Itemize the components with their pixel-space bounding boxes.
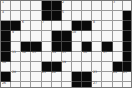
cell-r6c5[interactable] [42, 52, 52, 62]
cell-r4c2[interactable]: 9 [11, 31, 21, 41]
clue-number: 11 [12, 51, 16, 54]
clue-number: 19 [62, 61, 66, 64]
clue-number: 10 [72, 31, 76, 34]
clue-number: 13 [32, 51, 36, 54]
clue-number: 9 [12, 31, 14, 34]
crossword-grid: 1234567891011121314151617181920212223242… [1, 1, 132, 88]
clue-number: 24 [113, 71, 117, 74]
cell-r7c11[interactable] [102, 62, 112, 72]
cell-r9c4[interactable] [31, 82, 41, 88]
cell-r9c10[interactable]: 27 [92, 82, 102, 88]
cell-r6c6[interactable]: 14 [52, 52, 62, 62]
cell-r8c7[interactable] [62, 72, 72, 82]
cell-r4c12[interactable] [113, 31, 123, 41]
cell-r2c1[interactable]: 4 [1, 11, 11, 21]
cell-r6c13 [123, 52, 132, 62]
cell-r5c10[interactable] [92, 42, 102, 52]
clue-number: 2 [62, 1, 64, 4]
cell-r8c9 [82, 72, 92, 82]
cell-r4c5[interactable] [42, 31, 52, 41]
cell-r6c3[interactable]: 12 [21, 52, 31, 62]
cell-r6c4[interactable]: 13 [31, 52, 41, 62]
cell-r2c8[interactable] [72, 11, 82, 21]
clue-number: 1 [2, 1, 4, 4]
cell-r5c8[interactable] [72, 42, 82, 52]
cell-r1c9[interactable] [82, 1, 92, 11]
clue-number: 6 [22, 21, 24, 24]
cell-r1c8[interactable] [72, 1, 82, 11]
cell-r9c1[interactable]: 26 [1, 82, 11, 88]
cell-r3c7[interactable] [62, 21, 72, 31]
cell-r6c8[interactable] [72, 52, 82, 62]
cell-r9c11[interactable] [102, 82, 112, 88]
cell-r5c13 [123, 42, 132, 52]
cell-r8c4[interactable] [31, 72, 41, 82]
cell-r8c5[interactable]: 21 [42, 72, 52, 82]
clue-number: 12 [22, 51, 26, 54]
clue-number: 18 [2, 61, 6, 64]
clue-number: 26 [2, 82, 6, 85]
cell-r4c1 [1, 31, 11, 41]
cell-r1c5 [42, 1, 52, 11]
cell-r3c9 [82, 21, 92, 31]
cell-r9c2[interactable] [11, 82, 21, 88]
cell-r2c4[interactable] [31, 11, 41, 21]
cell-r9c3[interactable] [21, 82, 31, 88]
cell-r9c9 [82, 82, 92, 88]
cell-r9c8 [72, 82, 82, 88]
cell-r5c5[interactable] [42, 42, 52, 52]
cell-r1c4[interactable] [31, 1, 41, 11]
cell-r2c7[interactable]: 5 [62, 11, 72, 21]
clue-number: 16 [83, 51, 87, 54]
cell-r8c3[interactable] [21, 72, 31, 82]
cell-r7c9[interactable] [82, 62, 92, 72]
clue-number: 5 [62, 11, 64, 14]
cell-r2c13 [123, 11, 132, 21]
clue-number: 22 [52, 71, 56, 74]
cell-r4c8[interactable]: 10 [72, 31, 82, 41]
cell-r7c3[interactable] [21, 62, 31, 72]
cell-r7c1[interactable]: 18 [1, 62, 11, 72]
cell-r1c12[interactable]: 3 [113, 1, 123, 11]
cell-r2c12[interactable] [113, 11, 123, 21]
cell-r1c13[interactable] [123, 1, 132, 11]
cell-r2c11[interactable] [102, 11, 112, 21]
cell-r3c10[interactable]: 8 [92, 21, 102, 31]
cell-r3c11[interactable] [102, 21, 112, 31]
cell-r1c6 [52, 1, 62, 11]
cell-r6c2[interactable]: 11 [11, 52, 21, 62]
cell-r9c6[interactable] [52, 82, 62, 88]
cell-r1c3[interactable] [21, 1, 31, 11]
cell-r4c3[interactable] [21, 31, 31, 41]
clue-number: 21 [42, 71, 46, 74]
cell-r4c7 [62, 31, 72, 41]
cell-r3c6[interactable] [52, 21, 62, 31]
crossword-board: 1234567891011121314151617181920212223242… [0, 0, 132, 88]
cell-r6c12[interactable] [113, 52, 123, 62]
cell-r4c6 [52, 31, 62, 41]
cell-r2c9[interactable] [82, 11, 92, 21]
cell-r3c4[interactable] [31, 21, 41, 31]
cell-r7c8[interactable] [72, 62, 82, 72]
cell-r2c6 [52, 11, 62, 21]
cell-r8c8 [72, 72, 82, 82]
clue-number: 7 [42, 21, 44, 24]
cell-r9c12[interactable] [113, 82, 123, 88]
cell-r6c11[interactable]: 17 [102, 52, 112, 62]
cell-r1c10[interactable] [92, 1, 102, 11]
cell-r5c1 [1, 42, 11, 52]
cell-r9c7[interactable] [62, 82, 72, 88]
cell-r9c5[interactable] [42, 82, 52, 88]
cell-r3c1 [1, 21, 11, 31]
cell-r9c13[interactable] [123, 82, 132, 88]
clue-number: 4 [2, 11, 4, 14]
cell-r4c10[interactable] [92, 31, 102, 41]
clue-number: 20 [12, 71, 16, 74]
clue-number: 17 [103, 51, 107, 54]
cell-r4c9[interactable] [82, 31, 92, 41]
cell-r8c12[interactable]: 24 [113, 72, 123, 82]
cell-r3c12[interactable] [113, 21, 123, 31]
cell-r4c13 [123, 31, 132, 41]
cell-r8c2[interactable]: 20 [11, 72, 21, 82]
cell-r8c6[interactable]: 22 [52, 72, 62, 82]
clue-number: 25 [123, 71, 127, 74]
clue-number: 27 [93, 82, 97, 85]
clue-number: 14 [52, 51, 56, 54]
cell-r6c10[interactable] [92, 52, 102, 62]
clue-number: 23 [93, 71, 97, 74]
cell-r1c2[interactable] [11, 1, 21, 11]
cell-r2c2[interactable] [11, 11, 21, 21]
cell-r4c11[interactable] [102, 31, 112, 41]
cell-r5c12[interactable] [113, 42, 123, 52]
cell-r7c7[interactable]: 19 [62, 62, 72, 72]
cell-r1c11[interactable] [102, 1, 112, 11]
cell-r7c4[interactable] [31, 62, 41, 72]
cell-r6c9[interactable]: 16 [82, 52, 92, 62]
cell-r3c3[interactable]: 6 [21, 21, 31, 31]
clue-number: 3 [113, 1, 115, 4]
cell-r4c4[interactable] [31, 31, 41, 41]
cell-r3c13 [123, 21, 132, 31]
clue-number: 15 [62, 51, 66, 54]
cell-r3c5[interactable]: 7 [42, 21, 52, 31]
clue-number: 8 [93, 21, 95, 24]
cell-r8c13[interactable]: 25 [123, 72, 132, 82]
cell-r8c11[interactable] [102, 72, 112, 82]
